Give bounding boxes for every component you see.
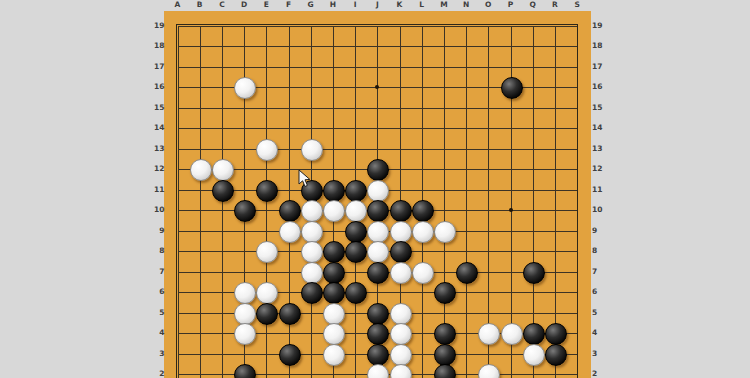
row-label-left-12: 12	[147, 164, 165, 174]
row-label-left-10: 10	[147, 205, 165, 215]
black-stone-M2	[434, 364, 456, 378]
black-stone-J3	[367, 344, 389, 366]
row-label-right-9: 9	[592, 226, 610, 236]
white-stone-H5	[323, 303, 345, 325]
row-label-left-19: 19	[147, 21, 165, 31]
column-label-P: P	[503, 0, 519, 10]
black-stone-Q4	[523, 323, 545, 345]
white-stone-E13	[256, 139, 278, 161]
row-label-left-6: 6	[147, 287, 165, 297]
white-stone-K7	[390, 262, 412, 284]
column-label-B: B	[192, 0, 208, 10]
row-label-left-14: 14	[147, 123, 165, 133]
black-stone-F10	[279, 200, 301, 222]
column-label-I: I	[347, 0, 363, 10]
white-stone-D16	[234, 77, 256, 99]
row-label-left-9: 9	[147, 226, 165, 236]
row-label-right-15: 15	[592, 103, 610, 113]
black-stone-M4	[434, 323, 456, 345]
row-label-left-4: 4	[147, 328, 165, 338]
white-stone-K5	[390, 303, 412, 325]
row-label-right-16: 16	[592, 82, 610, 92]
white-stone-F9	[279, 221, 301, 243]
black-stone-R3	[545, 344, 567, 366]
white-stone-G10	[301, 200, 323, 222]
row-label-right-5: 5	[592, 308, 610, 318]
column-label-C: C	[214, 0, 230, 10]
star-point-P10	[509, 208, 513, 212]
column-label-A: A	[170, 0, 186, 10]
row-label-right-13: 13	[592, 144, 610, 154]
white-stone-G8	[301, 241, 323, 263]
black-stone-M6	[434, 282, 456, 304]
black-stone-I11	[345, 180, 367, 202]
black-stone-N7	[456, 262, 478, 284]
row-label-right-17: 17	[592, 62, 610, 72]
white-stone-L7	[412, 262, 434, 284]
row-label-left-7: 7	[147, 267, 165, 277]
white-stone-G9	[301, 221, 323, 243]
white-stone-G13	[301, 139, 323, 161]
column-label-J: J	[369, 0, 385, 10]
black-stone-M3	[434, 344, 456, 366]
column-label-S: S	[569, 0, 585, 10]
row-label-left-11: 11	[147, 185, 165, 195]
row-label-left-3: 3	[147, 349, 165, 359]
white-stone-I10	[345, 200, 367, 222]
white-stone-B12	[190, 159, 212, 181]
row-label-left-5: 5	[147, 308, 165, 318]
white-stone-D5	[234, 303, 256, 325]
column-label-K: K	[392, 0, 408, 10]
black-stone-H7	[323, 262, 345, 284]
white-stone-H4	[323, 323, 345, 345]
black-stone-D10	[234, 200, 256, 222]
black-stone-C11	[212, 180, 234, 202]
black-stone-K8	[390, 241, 412, 263]
column-label-L: L	[414, 0, 430, 10]
column-label-Q: Q	[525, 0, 541, 10]
white-stone-D6	[234, 282, 256, 304]
black-stone-E11	[256, 180, 278, 202]
white-stone-H3	[323, 344, 345, 366]
column-label-H: H	[325, 0, 341, 10]
white-stone-K4	[390, 323, 412, 345]
row-label-right-12: 12	[592, 164, 610, 174]
black-stone-F5	[279, 303, 301, 325]
row-label-left-17: 17	[147, 62, 165, 72]
white-stone-M9	[434, 221, 456, 243]
white-stone-K3	[390, 344, 412, 366]
row-label-right-3: 3	[592, 349, 610, 359]
column-label-O: O	[480, 0, 496, 10]
black-stone-R4	[545, 323, 567, 345]
column-label-N: N	[458, 0, 474, 10]
white-stone-G7	[301, 262, 323, 284]
row-label-right-7: 7	[592, 267, 610, 277]
black-stone-I6	[345, 282, 367, 304]
row-label-left-13: 13	[147, 144, 165, 154]
black-stone-L10	[412, 200, 434, 222]
row-label-right-11: 11	[592, 185, 610, 195]
black-stone-J7	[367, 262, 389, 284]
row-label-right-14: 14	[592, 123, 610, 133]
column-label-M: M	[436, 0, 452, 10]
black-stone-I8	[345, 241, 367, 263]
column-label-E: E	[258, 0, 274, 10]
white-stone-H10	[323, 200, 345, 222]
black-stone-P16	[501, 77, 523, 99]
row-label-left-2: 2	[147, 369, 165, 378]
row-label-right-4: 4	[592, 328, 610, 338]
column-label-D: D	[236, 0, 252, 10]
row-label-left-16: 16	[147, 82, 165, 92]
black-stone-J5	[367, 303, 389, 325]
go-app-screen: ABCDEFGHIJKLMNOPQRS191918181717161615151…	[0, 0, 750, 378]
white-stone-D4	[234, 323, 256, 345]
black-stone-G6	[301, 282, 323, 304]
white-stone-K2	[390, 364, 412, 378]
black-stone-E5	[256, 303, 278, 325]
row-label-right-10: 10	[592, 205, 610, 215]
column-label-G: G	[303, 0, 319, 10]
row-label-right-2: 2	[592, 369, 610, 378]
white-stone-J11	[367, 180, 389, 202]
row-label-right-19: 19	[592, 21, 610, 31]
white-stone-C12	[212, 159, 234, 181]
white-stone-L9	[412, 221, 434, 243]
white-stone-K9	[390, 221, 412, 243]
row-label-left-15: 15	[147, 103, 165, 113]
mouse-cursor-icon	[298, 169, 312, 193]
black-stone-I9	[345, 221, 367, 243]
row-label-left-18: 18	[147, 41, 165, 51]
row-label-right-6: 6	[592, 287, 610, 297]
black-stone-Q7	[523, 262, 545, 284]
column-label-R: R	[547, 0, 563, 10]
row-label-right-8: 8	[592, 246, 610, 256]
black-stone-H11	[323, 180, 345, 202]
black-stone-H8	[323, 241, 345, 263]
row-label-left-8: 8	[147, 246, 165, 256]
row-label-right-18: 18	[592, 41, 610, 51]
black-stone-H6	[323, 282, 345, 304]
black-stone-F3	[279, 344, 301, 366]
white-stone-J9	[367, 221, 389, 243]
black-stone-K10	[390, 200, 412, 222]
white-stone-P4	[501, 323, 523, 345]
column-label-F: F	[281, 0, 297, 10]
white-stone-Q3	[523, 344, 545, 366]
